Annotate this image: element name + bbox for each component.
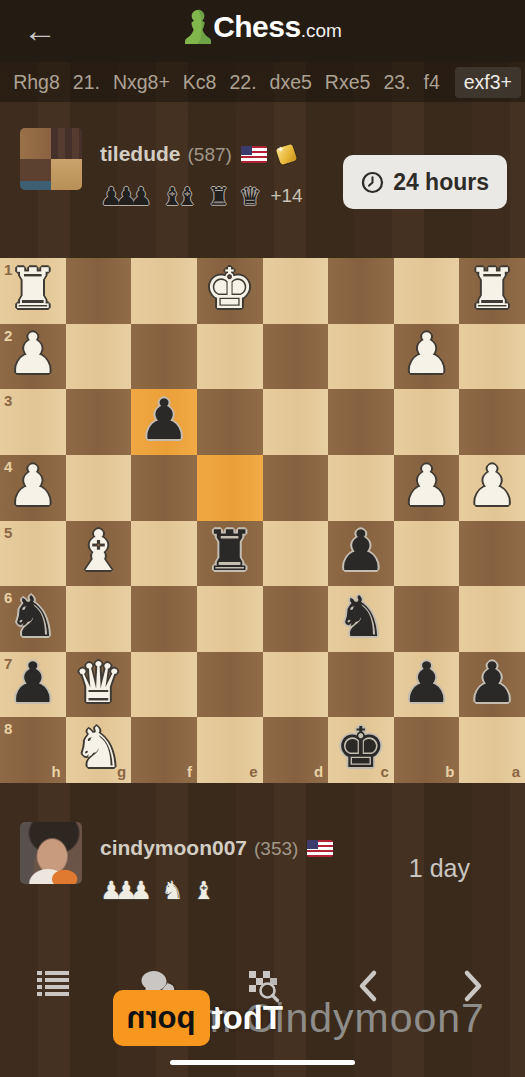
square-c2[interactable] — [328, 324, 394, 390]
move-token[interactable]: 22. — [229, 71, 256, 94]
black-pawn-h7[interactable]: ♟ — [8, 655, 58, 711]
square-d3[interactable] — [263, 389, 329, 455]
current-move[interactable]: exf3+ — [455, 67, 521, 98]
square-h1[interactable]: 1♜ — [0, 258, 66, 324]
bottom-player-name-row: cindymoon007(353) — [100, 836, 333, 860]
green-pawn-icon — [183, 8, 213, 46]
square-a4[interactable]: ♟ — [459, 455, 525, 521]
square-h8[interactable]: 8h — [0, 717, 66, 783]
selfie-avatar-image — [20, 822, 82, 884]
square-a3[interactable] — [459, 389, 525, 455]
square-a6[interactable] — [459, 586, 525, 652]
bottom-player-card: cindymoon007(353) ♟♟♟♞♝ 1 day — [0, 822, 525, 922]
move-token[interactable]: dxe5 — [270, 71, 312, 94]
chess-app-screen: ← Chess.com xg7Rhg821.Nxg8+Kc822.dxe5Rxe… — [0, 0, 525, 1077]
file-label-b: b — [445, 764, 454, 779]
square-b7[interactable]: ♟ — [394, 652, 460, 718]
file-label-f: f — [187, 764, 192, 779]
black-pawn-c5[interactable]: ♟ — [336, 523, 386, 579]
square-e6[interactable] — [197, 586, 263, 652]
square-g4[interactable] — [66, 455, 132, 521]
captured-black-pieces-group: ♜ — [208, 182, 231, 211]
captured-black-pieces-group: ♟♟♟ — [100, 182, 153, 211]
square-b1[interactable] — [394, 258, 460, 324]
top-player-avatar[interactable] — [20, 128, 82, 190]
move-token[interactable]: 21. — [73, 71, 100, 94]
square-d7[interactable] — [263, 652, 329, 718]
file-label-d: d — [314, 764, 323, 779]
square-e4[interactable] — [197, 455, 263, 521]
square-a2[interactable] — [459, 324, 525, 390]
mirrored-watermark-logo: Thot porn — [113, 990, 283, 1046]
move-token[interactable]: Nxg8+ — [113, 71, 170, 94]
square-f7[interactable] — [131, 652, 197, 718]
file-label-e: e — [249, 764, 257, 779]
white-rook-h1[interactable]: ♜ — [8, 261, 58, 317]
bottom-player-clock: 1 day — [409, 854, 470, 883]
square-c4[interactable] — [328, 455, 394, 521]
white-bishop-g5[interactable]: ♝ — [73, 523, 123, 579]
black-knight-h6[interactable]: ♞ — [8, 589, 58, 645]
white-king-e1[interactable]: ♚ — [205, 261, 255, 317]
white-knight-g8[interactable]: ♞ — [73, 720, 123, 776]
top-player-name[interactable]: tiledude — [100, 142, 181, 165]
chesscom-logo[interactable]: Chess.com — [0, 8, 525, 46]
rank-label-5: 5 — [4, 525, 12, 540]
black-pawn-f3[interactable]: ♟ — [139, 392, 189, 448]
square-c1[interactable] — [328, 258, 394, 324]
square-c7[interactable] — [328, 652, 394, 718]
black-pawn-b7[interactable]: ♟ — [401, 655, 451, 711]
square-a5[interactable] — [459, 521, 525, 587]
square-h7[interactable]: 7♟ — [0, 652, 66, 718]
captured-white-pieces-group: ♝ — [193, 876, 216, 905]
watermark-word-thot: Thot — [212, 999, 283, 1037]
square-e3[interactable] — [197, 389, 263, 455]
top-player-card: tiledude(587) ♟♟♟♝♝♜♛+14 24 hours — [0, 128, 525, 228]
brand-chess: Chess — [213, 10, 301, 43]
square-g1[interactable] — [66, 258, 132, 324]
square-f3[interactable]: ♟ — [131, 389, 197, 455]
top-player-rating: (587) — [188, 144, 232, 165]
us-flag-icon — [307, 840, 333, 857]
move-token[interactable]: Kc8 — [183, 71, 217, 94]
square-f4[interactable] — [131, 455, 197, 521]
chess-board[interactable]: 1♜♚♜2♟♟3♟4♟♟♟5♝♜♟6♞♞7♟♛♟♟8hg♞fedc♚ba — [0, 258, 525, 783]
square-f5[interactable] — [131, 521, 197, 587]
move-token[interactable]: Rxe5 — [325, 71, 371, 94]
square-f6[interactable] — [131, 586, 197, 652]
white-pawn-h2[interactable]: ♟ — [8, 326, 58, 382]
captured-white-pieces-group: ♞ — [161, 876, 184, 905]
rank-label-8: 8 — [4, 721, 12, 736]
square-f8[interactable]: f — [131, 717, 197, 783]
move-token[interactable]: 23. — [383, 71, 410, 94]
square-h3[interactable]: 3 — [0, 389, 66, 455]
gold-member-badge-icon — [276, 144, 297, 165]
captured-white-pieces-group: ♟♟♟ — [100, 876, 153, 905]
square-a7[interactable]: ♟ — [459, 652, 525, 718]
square-e7[interactable] — [197, 652, 263, 718]
square-f1[interactable] — [131, 258, 197, 324]
square-b2[interactable]: ♟ — [394, 324, 460, 390]
bottom-player-name[interactable]: cindymoon007 — [100, 836, 247, 859]
white-pawn-a4[interactable]: ♟ — [467, 458, 517, 514]
square-e1[interactable]: ♚ — [197, 258, 263, 324]
wood-tile-avatar-image — [20, 128, 82, 190]
white-rook-a1[interactable]: ♜ — [467, 261, 517, 317]
square-b6[interactable] — [394, 586, 460, 652]
move-token[interactable]: Rhg8 — [13, 71, 60, 94]
white-pawn-b2[interactable]: ♟ — [401, 326, 451, 382]
white-queen-g7[interactable]: ♛ — [73, 655, 123, 711]
square-g2[interactable] — [66, 324, 132, 390]
square-b4[interactable]: ♟ — [394, 455, 460, 521]
clock-icon — [361, 171, 384, 194]
moves-list-button[interactable] — [31, 964, 75, 1008]
square-a1[interactable]: ♜ — [459, 258, 525, 324]
square-d5[interactable] — [263, 521, 329, 587]
square-b5[interactable] — [394, 521, 460, 587]
top-captured-pieces: ♟♟♟♝♝♜♛+14 — [100, 182, 303, 211]
us-flag-icon — [241, 146, 267, 163]
square-h6[interactable]: 6♞ — [0, 586, 66, 652]
top-player-name-row: tiledude(587) — [100, 142, 295, 166]
square-g7[interactable]: ♛ — [66, 652, 132, 718]
bottom-player-avatar[interactable] — [20, 822, 82, 884]
square-g8[interactable]: g♞ — [66, 717, 132, 783]
square-d2[interactable] — [263, 324, 329, 390]
black-pawn-a7[interactable]: ♟ — [467, 655, 517, 711]
white-pawn-b4[interactable]: ♟ — [401, 458, 451, 514]
brand-com: .com — [301, 20, 342, 41]
square-d4[interactable] — [263, 455, 329, 521]
move-list-bar[interactable]: xg7Rhg821.Nxg8+Kc822.dxe5Rxe523.f4exf3+ — [0, 62, 525, 102]
square-g6[interactable] — [66, 586, 132, 652]
square-f2[interactable] — [131, 324, 197, 390]
watermark-word-porn: porn — [113, 990, 210, 1046]
square-c8[interactable]: c♚ — [328, 717, 394, 783]
square-e5[interactable]: ♜ — [197, 521, 263, 587]
square-b3[interactable] — [394, 389, 460, 455]
file-label-a: a — [512, 764, 520, 779]
square-h4[interactable]: 4♟ — [0, 455, 66, 521]
square-h2[interactable]: 2♟ — [0, 324, 66, 390]
square-d6[interactable] — [263, 586, 329, 652]
black-rook-e5[interactable]: ♜ — [205, 523, 255, 579]
square-a8[interactable]: a — [459, 717, 525, 783]
square-c6[interactable]: ♞ — [328, 586, 394, 652]
bottom-player-rating: (353) — [254, 838, 298, 859]
black-king-c8[interactable]: ♚ — [336, 720, 386, 776]
top-player-clock-label: 24 hours — [393, 169, 489, 196]
home-indicator[interactable] — [170, 1060, 355, 1065]
square-h5[interactable]: 5 — [0, 521, 66, 587]
captured-black-pieces-group: ♛ — [239, 182, 262, 211]
square-g5[interactable]: ♝ — [66, 521, 132, 587]
top-player-clock: 24 hours — [343, 155, 507, 209]
square-b8[interactable]: b — [394, 717, 460, 783]
bottom-captured-pieces: ♟♟♟♞♝ — [100, 876, 224, 905]
square-e2[interactable] — [197, 324, 263, 390]
moves-list-icon — [35, 969, 71, 1003]
square-c5[interactable]: ♟ — [328, 521, 394, 587]
rank-label-3: 3 — [4, 393, 12, 408]
square-g3[interactable] — [66, 389, 132, 455]
square-c3[interactable] — [328, 389, 394, 455]
header-bar: ← Chess.com — [0, 0, 525, 62]
square-d1[interactable] — [263, 258, 329, 324]
white-pawn-h4[interactable]: ♟ — [8, 458, 58, 514]
material-advantage: +14 — [270, 185, 302, 206]
move-token[interactable]: f4 — [423, 71, 439, 94]
file-label-h: h — [51, 764, 60, 779]
black-knight-c6[interactable]: ♞ — [336, 589, 386, 645]
square-e8[interactable]: e — [197, 717, 263, 783]
captured-black-pieces-group: ♝♝ — [161, 182, 199, 211]
square-d8[interactable]: d — [263, 717, 329, 783]
